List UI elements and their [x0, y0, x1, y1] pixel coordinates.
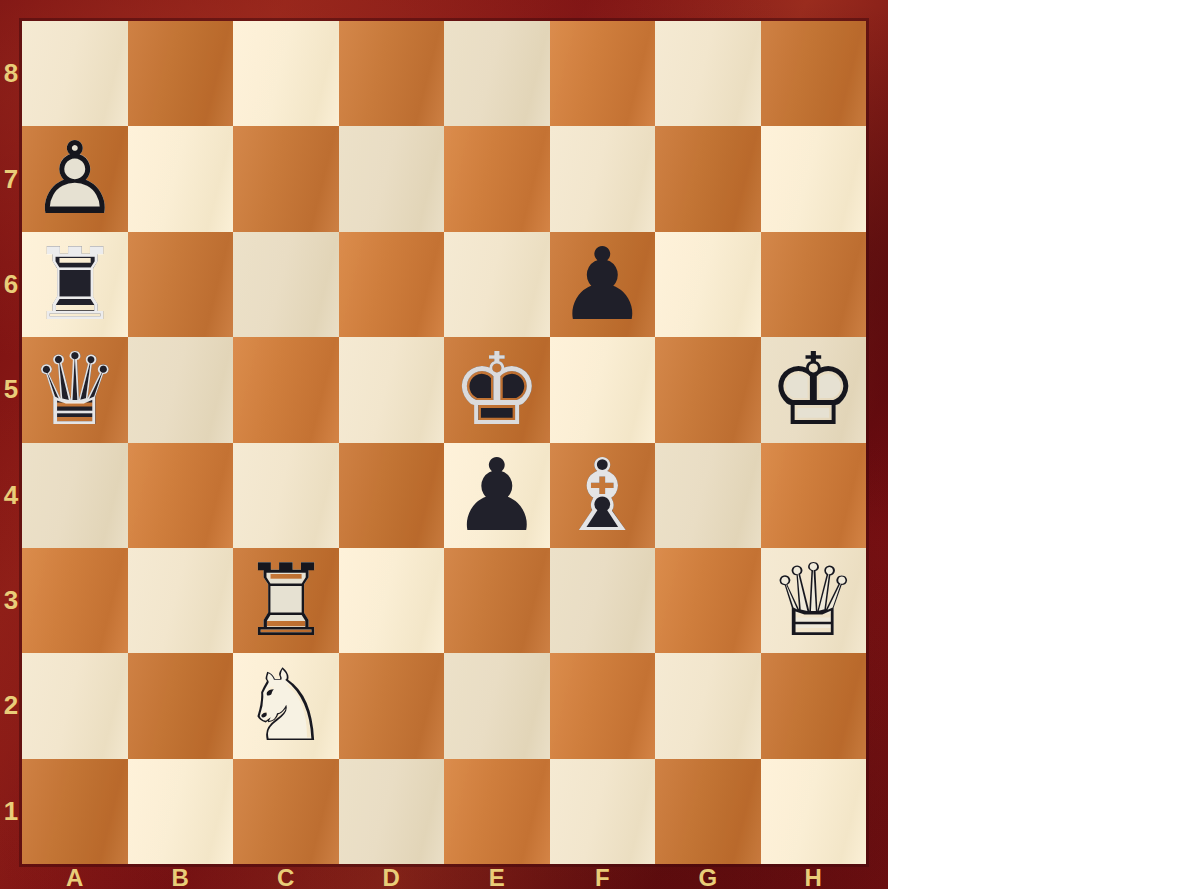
square-h8[interactable] [761, 21, 867, 126]
square-e3[interactable] [444, 548, 550, 653]
square-d8[interactable] [339, 21, 445, 126]
file-label-b: B [128, 864, 234, 889]
square-b2[interactable] [128, 653, 234, 758]
square-d4[interactable] [339, 443, 445, 548]
white-king-outline: ♔ [761, 337, 867, 442]
square-a6[interactable]: ♜♖ [22, 232, 128, 337]
square-h4[interactable] [761, 443, 867, 548]
square-b6[interactable] [128, 232, 234, 337]
square-g3[interactable] [655, 548, 761, 653]
black-rook-outline: ♖ [22, 232, 128, 337]
rank-label-2: 2 [0, 653, 22, 758]
square-c4[interactable] [233, 443, 339, 548]
rank-label-8: 8 [0, 21, 22, 126]
white-queen-outline: ♕ [761, 548, 867, 653]
square-a1[interactable] [22, 759, 128, 864]
white-king-h5[interactable]: ♚♔ [761, 337, 867, 442]
file-labels: ABCDEFGH [22, 864, 866, 889]
square-a2[interactable] [22, 653, 128, 758]
square-g1[interactable] [655, 759, 761, 864]
square-g2[interactable] [655, 653, 761, 758]
square-g8[interactable] [655, 21, 761, 126]
black-pawn-f6[interactable]: ♟ [550, 232, 656, 337]
file-label-e: E [444, 864, 550, 889]
white-knight-c2[interactable]: ♞♘ [233, 653, 339, 758]
black-king-e5[interactable]: ♚♔ [444, 337, 550, 442]
square-e8[interactable] [444, 21, 550, 126]
square-a4[interactable] [22, 443, 128, 548]
square-e2[interactable] [444, 653, 550, 758]
black-bishop-f4[interactable]: ♝♗ [550, 443, 656, 548]
square-f7[interactable] [550, 126, 656, 231]
white-knight-outline: ♘ [233, 653, 339, 758]
square-a7[interactable]: ♟♙ [22, 126, 128, 231]
black-queen-outline: ♕ [22, 337, 128, 442]
square-f3[interactable] [550, 548, 656, 653]
square-b4[interactable] [128, 443, 234, 548]
square-c7[interactable] [233, 126, 339, 231]
square-d1[interactable] [339, 759, 445, 864]
white-queen-h3[interactable]: ♛♕ [761, 548, 867, 653]
white-pawn-outline: ♙ [22, 126, 128, 231]
square-h6[interactable] [761, 232, 867, 337]
square-a5[interactable]: ♛♕ [22, 337, 128, 442]
black-pawn-glyph: ♟ [550, 232, 656, 337]
white-rook-outline: ♖ [233, 548, 339, 653]
square-f8[interactable] [550, 21, 656, 126]
chessboard: ♟♙♜♖♟♛♕♚♔♚♔♟♝♗♜♖♛♕♞♘ [22, 21, 866, 864]
square-c2[interactable]: ♞♘ [233, 653, 339, 758]
file-label-a: A [22, 864, 128, 889]
square-b1[interactable] [128, 759, 234, 864]
rank-label-5: 5 [0, 337, 22, 442]
black-queen-a5[interactable]: ♛♕ [22, 337, 128, 442]
rank-labels: 87654321 [0, 21, 22, 864]
square-e1[interactable] [444, 759, 550, 864]
square-b3[interactable] [128, 548, 234, 653]
rank-label-7: 7 [0, 126, 22, 231]
square-h3[interactable]: ♛♕ [761, 548, 867, 653]
rank-label-1: 1 [0, 759, 22, 864]
white-rook-c3[interactable]: ♜♖ [233, 548, 339, 653]
file-label-c: C [233, 864, 339, 889]
square-g7[interactable] [655, 126, 761, 231]
white-pawn-a7[interactable]: ♟♙ [22, 126, 128, 231]
square-g6[interactable] [655, 232, 761, 337]
square-h2[interactable] [761, 653, 867, 758]
square-e5[interactable]: ♚♔ [444, 337, 550, 442]
square-e4[interactable]: ♟ [444, 443, 550, 548]
square-h5[interactable]: ♚♔ [761, 337, 867, 442]
chessboard-frame: ♟♙♜♖♟♛♕♚♔♚♔♟♝♗♜♖♛♕♞♘ 87654321 ABCDEFGH [0, 0, 888, 889]
black-pawn-e4[interactable]: ♟ [444, 443, 550, 548]
square-d5[interactable] [339, 337, 445, 442]
square-e7[interactable] [444, 126, 550, 231]
square-h7[interactable] [761, 126, 867, 231]
square-h1[interactable] [761, 759, 867, 864]
square-d3[interactable] [339, 548, 445, 653]
rank-label-3: 3 [0, 548, 22, 653]
file-label-g: G [655, 864, 761, 889]
square-c8[interactable] [233, 21, 339, 126]
black-king-outline: ♔ [444, 337, 550, 442]
square-d6[interactable] [339, 232, 445, 337]
square-f5[interactable] [550, 337, 656, 442]
file-label-d: D [339, 864, 445, 889]
square-c6[interactable] [233, 232, 339, 337]
square-f4[interactable]: ♝♗ [550, 443, 656, 548]
file-label-f: F [550, 864, 656, 889]
square-c3[interactable]: ♜♖ [233, 548, 339, 653]
square-f1[interactable] [550, 759, 656, 864]
black-pawn-glyph: ♟ [444, 443, 550, 548]
square-b5[interactable] [128, 337, 234, 442]
square-g5[interactable] [655, 337, 761, 442]
square-b8[interactable] [128, 21, 234, 126]
square-e6[interactable] [444, 232, 550, 337]
square-c5[interactable] [233, 337, 339, 442]
square-d2[interactable] [339, 653, 445, 758]
black-rook-a6[interactable]: ♜♖ [22, 232, 128, 337]
black-bishop-outline: ♗ [550, 443, 656, 548]
square-d7[interactable] [339, 126, 445, 231]
rank-label-6: 6 [0, 232, 22, 337]
square-b7[interactable] [128, 126, 234, 231]
square-a3[interactable] [22, 548, 128, 653]
file-label-h: H [761, 864, 867, 889]
square-a8[interactable] [22, 21, 128, 126]
square-c1[interactable] [233, 759, 339, 864]
square-g4[interactable] [655, 443, 761, 548]
rank-label-4: 4 [0, 443, 22, 548]
square-f6[interactable]: ♟ [550, 232, 656, 337]
square-f2[interactable] [550, 653, 656, 758]
